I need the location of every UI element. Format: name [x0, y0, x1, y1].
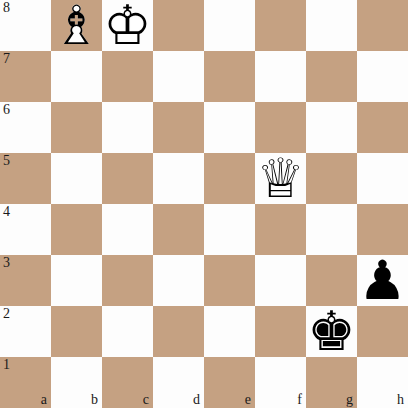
square-h6[interactable]	[357, 102, 408, 153]
square-e7[interactable]	[204, 51, 255, 102]
square-f2[interactable]	[255, 306, 306, 357]
white-bishop[interactable]: ♝♗	[51, 0, 102, 51]
square-d5[interactable]	[153, 153, 204, 204]
square-e6[interactable]	[204, 102, 255, 153]
rank-label-6: 6	[3, 102, 10, 118]
square-h5[interactable]	[357, 153, 408, 204]
file-label-h: h	[397, 392, 404, 408]
square-g1[interactable]: g	[306, 357, 357, 408]
white-queen[interactable]: ♛♕	[255, 153, 306, 204]
square-b4[interactable]	[51, 204, 102, 255]
square-a3[interactable]: 3	[0, 255, 51, 306]
white-queen-outline-glyph: ♕	[255, 153, 306, 204]
square-a2[interactable]: 2	[0, 306, 51, 357]
white-king-outline-glyph: ♔	[102, 0, 153, 51]
square-d2[interactable]	[153, 306, 204, 357]
file-label-d: d	[193, 392, 200, 408]
black-pawn[interactable]: ♟	[357, 255, 408, 306]
square-f4[interactable]	[255, 204, 306, 255]
square-f8[interactable]	[255, 0, 306, 51]
square-c8[interactable]: ♚♔	[102, 0, 153, 51]
square-b3[interactable]	[51, 255, 102, 306]
square-h7[interactable]	[357, 51, 408, 102]
square-h8[interactable]	[357, 0, 408, 51]
square-g5[interactable]	[306, 153, 357, 204]
square-a1[interactable]: 1a	[0, 357, 51, 408]
file-label-e: e	[245, 392, 251, 408]
rank-label-8: 8	[3, 0, 10, 16]
square-h2[interactable]	[357, 306, 408, 357]
square-f7[interactable]	[255, 51, 306, 102]
square-c3[interactable]	[102, 255, 153, 306]
square-b5[interactable]	[51, 153, 102, 204]
square-g6[interactable]	[306, 102, 357, 153]
file-label-a: a	[41, 392, 47, 408]
square-c6[interactable]	[102, 102, 153, 153]
rank-label-5: 5	[3, 153, 10, 169]
square-a5[interactable]: 5	[0, 153, 51, 204]
square-e2[interactable]	[204, 306, 255, 357]
square-e8[interactable]	[204, 0, 255, 51]
square-c1[interactable]: c	[102, 357, 153, 408]
square-d8[interactable]	[153, 0, 204, 51]
square-h1[interactable]: h	[357, 357, 408, 408]
file-label-c: c	[143, 392, 149, 408]
square-b8[interactable]: ♝♗	[51, 0, 102, 51]
white-king[interactable]: ♚♔	[102, 0, 153, 51]
square-f5[interactable]: ♛♕	[255, 153, 306, 204]
square-c5[interactable]	[102, 153, 153, 204]
square-d4[interactable]	[153, 204, 204, 255]
square-g2[interactable]: ♚	[306, 306, 357, 357]
square-f1[interactable]: f	[255, 357, 306, 408]
file-label-f: f	[297, 392, 302, 408]
white-bishop-outline-glyph: ♗	[51, 0, 102, 51]
square-g8[interactable]	[306, 0, 357, 51]
square-d1[interactable]: d	[153, 357, 204, 408]
square-d7[interactable]	[153, 51, 204, 102]
square-a7[interactable]: 7	[0, 51, 51, 102]
file-label-b: b	[91, 392, 98, 408]
square-d6[interactable]	[153, 102, 204, 153]
square-c7[interactable]	[102, 51, 153, 102]
square-h4[interactable]	[357, 204, 408, 255]
rank-label-2: 2	[3, 306, 10, 322]
square-b7[interactable]	[51, 51, 102, 102]
chess-board: 8♝♗♚♔765♛♕43♟2♚1abcdefgh	[0, 0, 408, 408]
square-f6[interactable]	[255, 102, 306, 153]
square-g3[interactable]	[306, 255, 357, 306]
square-a6[interactable]: 6	[0, 102, 51, 153]
square-b1[interactable]: b	[51, 357, 102, 408]
square-e5[interactable]	[204, 153, 255, 204]
rank-label-4: 4	[3, 204, 10, 220]
square-b2[interactable]	[51, 306, 102, 357]
square-d3[interactable]	[153, 255, 204, 306]
black-pawn-glyph: ♟	[357, 255, 408, 306]
rank-label-7: 7	[3, 51, 10, 67]
square-g7[interactable]	[306, 51, 357, 102]
square-f3[interactable]	[255, 255, 306, 306]
square-a8[interactable]: 8	[0, 0, 51, 51]
square-b6[interactable]	[51, 102, 102, 153]
square-h3[interactable]: ♟	[357, 255, 408, 306]
rank-label-3: 3	[3, 255, 10, 271]
square-a4[interactable]: 4	[0, 204, 51, 255]
square-e4[interactable]	[204, 204, 255, 255]
rank-label-1: 1	[3, 357, 10, 373]
black-king[interactable]: ♚	[306, 306, 357, 357]
square-e1[interactable]: e	[204, 357, 255, 408]
file-label-g: g	[346, 392, 353, 408]
square-e3[interactable]	[204, 255, 255, 306]
square-c4[interactable]	[102, 204, 153, 255]
black-king-glyph: ♚	[306, 306, 357, 357]
square-c2[interactable]	[102, 306, 153, 357]
square-g4[interactable]	[306, 204, 357, 255]
